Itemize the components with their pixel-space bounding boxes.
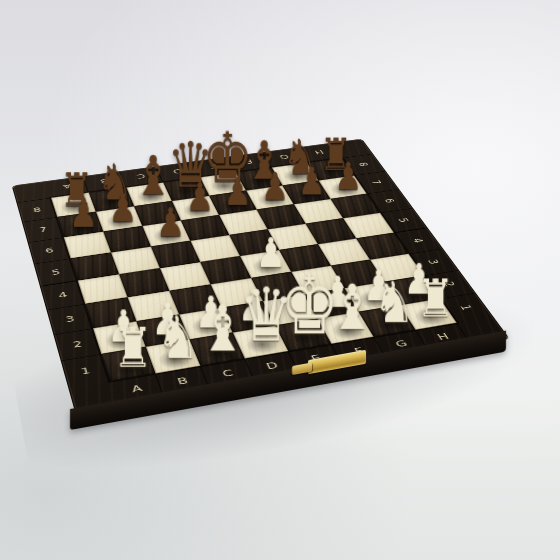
rank-label-1: 1 — [67, 355, 104, 387]
rank-label-6: 6 — [367, 192, 412, 209]
piece-black-pawn-c6[interactable]: ♟ — [155, 202, 184, 242]
square-c5[interactable] — [151, 241, 200, 268]
piece-white-bishop-c1[interactable]: ♝ — [198, 296, 245, 360]
piece-black-bishop-c8[interactable]: ♝ — [133, 148, 173, 202]
piece-white-rook-a1[interactable]: ♜ — [112, 320, 153, 375]
brass-clasp-catch — [292, 362, 312, 375]
piece-white-knight-b1[interactable]: ♞ — [156, 309, 199, 368]
piece-white-knight-g1[interactable]: ♞ — [373, 275, 415, 332]
piece-black-pawn-g7[interactable]: ♟ — [297, 162, 325, 200]
piece-black-pawn-f7[interactable]: ♟ — [261, 167, 289, 205]
rank-label-5: 5 — [380, 211, 426, 229]
rank-label-4: 4 — [394, 231, 441, 250]
piece-white-queen-d1[interactable]: ♛ — [238, 279, 293, 353]
piece-black-pawn-b7[interactable]: ♟ — [108, 188, 137, 227]
piece-black-pawn-e7[interactable]: ♟ — [223, 173, 251, 211]
piece-white-rook-h1[interactable]: ♜ — [416, 272, 455, 324]
piece-black-pawn-a7[interactable]: ♟ — [69, 194, 98, 233]
background: ABCDEFGH ABCDEFGH 87654321 87654321 ♜♞♝♛… — [0, 0, 560, 560]
piece-black-pawn-d7[interactable]: ♟ — [185, 178, 213, 216]
square-b1[interactable]: ♞ — [146, 340, 201, 374]
